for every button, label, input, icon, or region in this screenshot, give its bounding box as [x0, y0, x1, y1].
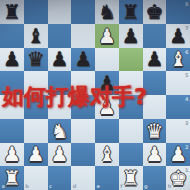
square-e8[interactable]: ♞	[95, 0, 119, 24]
black-pawn[interactable]: ♟	[71, 48, 95, 72]
square-h5[interactable]: 5	[166, 71, 190, 95]
square-g1[interactable]: g	[143, 166, 167, 190]
square-g4[interactable]	[143, 95, 167, 119]
square-e1[interactable]: e	[95, 166, 119, 190]
square-a2[interactable]: ♟	[0, 143, 24, 167]
square-e7[interactable]: ♟	[95, 24, 119, 48]
square-f5[interactable]	[119, 71, 143, 95]
square-a8[interactable]: ♜	[0, 0, 24, 24]
rank-label-5: 5	[185, 72, 188, 78]
white-queen[interactable]: ♛	[143, 119, 167, 143]
square-e2[interactable]: ♝	[95, 143, 119, 167]
black-pawn[interactable]: ♟	[119, 24, 143, 48]
square-f4[interactable]	[119, 95, 143, 119]
square-g7[interactable]	[143, 24, 167, 48]
square-h4[interactable]: 4	[166, 95, 190, 119]
square-e3[interactable]	[95, 119, 119, 143]
square-b8[interactable]	[24, 0, 48, 24]
square-b1[interactable]: b	[24, 166, 48, 190]
square-b5[interactable]	[24, 71, 48, 95]
square-e5[interactable]: ♟	[95, 71, 119, 95]
white-king[interactable]: ♚	[166, 166, 190, 190]
square-a1[interactable]: a♜	[0, 166, 24, 190]
white-rook[interactable]: ♜	[119, 166, 143, 190]
square-a4[interactable]	[0, 95, 24, 119]
black-pawn[interactable]: ♟	[143, 48, 167, 72]
square-g6[interactable]: ♟	[143, 48, 167, 72]
square-d8[interactable]	[71, 0, 95, 24]
square-f7[interactable]: ♟	[119, 24, 143, 48]
square-c6[interactable]: ♟	[48, 48, 72, 72]
square-c3[interactable]: ♞	[48, 119, 72, 143]
square-f6[interactable]	[119, 48, 143, 72]
square-b6[interactable]: ♛	[24, 48, 48, 72]
square-d6[interactable]: ♟	[71, 48, 95, 72]
black-rook[interactable]: ♜	[119, 0, 143, 24]
rank-label-8: 8	[185, 1, 188, 7]
square-d3[interactable]	[71, 119, 95, 143]
white-bishop[interactable]: ♝	[166, 48, 190, 72]
white-pawn[interactable]: ♟	[24, 143, 48, 167]
white-pawn[interactable]: ♟	[143, 143, 167, 167]
square-f3[interactable]	[119, 119, 143, 143]
black-pawn[interactable]: ♟	[166, 24, 190, 48]
square-h2[interactable]: 2♟	[166, 143, 190, 167]
square-a3[interactable]	[0, 119, 24, 143]
rank-label-4: 4	[185, 96, 188, 102]
black-pawn[interactable]: ♟	[48, 48, 72, 72]
black-knight[interactable]: ♞	[95, 0, 119, 24]
square-h1[interactable]: 1h♚	[166, 166, 190, 190]
square-e4[interactable]: ♟	[95, 95, 119, 119]
square-g8[interactable]: ♚	[143, 0, 167, 24]
square-d4[interactable]	[71, 95, 95, 119]
square-f2[interactable]	[119, 143, 143, 167]
square-e6[interactable]	[95, 48, 119, 72]
square-c2[interactable]: ♟	[48, 143, 72, 167]
chess-app: ♜♞♜♚8♝♟♟7♟♟♛♟♟♟6♝♟5♟4♞♛3♟♟♟♝♟2♟a♜bcdef♜g…	[0, 0, 190, 190]
square-c5[interactable]	[48, 71, 72, 95]
square-g3[interactable]: ♛	[143, 119, 167, 143]
white-pawn[interactable]: ♟	[48, 143, 72, 167]
white-knight[interactable]: ♞	[48, 119, 72, 143]
file-label-c: c	[49, 183, 52, 189]
white-bishop[interactable]: ♝	[95, 143, 119, 167]
square-c8[interactable]	[48, 0, 72, 24]
square-d2[interactable]	[71, 143, 95, 167]
file-label-d: d	[73, 183, 77, 189]
white-pawn[interactable]: ♟	[95, 95, 119, 119]
chess-board: ♜♞♜♚8♝♟♟7♟♟♛♟♟♟6♝♟5♟4♞♛3♟♟♟♝♟2♟a♜bcdef♜g…	[0, 0, 190, 190]
square-f1[interactable]: f♜	[119, 166, 143, 190]
square-f8[interactable]: ♜	[119, 0, 143, 24]
square-a5[interactable]	[0, 71, 24, 95]
square-g2[interactable]: ♟	[143, 143, 167, 167]
square-b3[interactable]	[24, 119, 48, 143]
square-h7[interactable]: 7♟	[166, 24, 190, 48]
rank-label-3: 3	[185, 120, 188, 126]
black-pawn[interactable]: ♟	[0, 48, 24, 72]
square-g5[interactable]	[143, 71, 167, 95]
square-h3[interactable]: 3	[166, 119, 190, 143]
black-pawn[interactable]: ♟	[95, 71, 119, 95]
square-c4[interactable]	[48, 95, 72, 119]
square-b4[interactable]	[24, 95, 48, 119]
black-bishop[interactable]: ♝	[24, 24, 48, 48]
square-h6[interactable]: 6♝	[166, 48, 190, 72]
square-h8[interactable]: 8	[166, 0, 190, 24]
white-rook[interactable]: ♜	[0, 166, 24, 190]
black-king[interactable]: ♚	[143, 0, 167, 24]
black-rook[interactable]: ♜	[0, 0, 24, 24]
white-pawn[interactable]: ♟	[166, 143, 190, 167]
square-c1[interactable]: c	[48, 166, 72, 190]
square-b7[interactable]: ♝	[24, 24, 48, 48]
square-d1[interactable]: d	[71, 166, 95, 190]
file-label-e: e	[97, 183, 100, 189]
file-label-g: g	[144, 183, 148, 189]
square-a7[interactable]	[0, 24, 24, 48]
white-pawn[interactable]: ♟	[0, 143, 24, 167]
square-d7[interactable]	[71, 24, 95, 48]
square-b2[interactable]: ♟	[24, 143, 48, 167]
black-queen[interactable]: ♛	[24, 48, 48, 72]
square-c7[interactable]	[48, 24, 72, 48]
file-label-b: b	[25, 183, 29, 189]
white-pawn[interactable]: ♟	[95, 24, 119, 48]
square-d5[interactable]	[71, 71, 95, 95]
square-a6[interactable]: ♟	[0, 48, 24, 72]
